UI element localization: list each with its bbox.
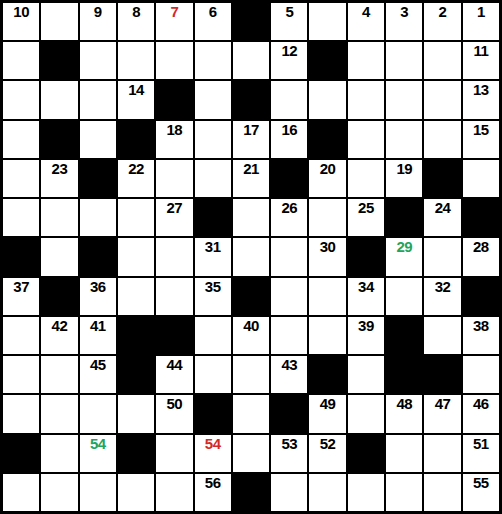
- clue-number: 39: [358, 317, 374, 335]
- black-cell: [41, 278, 77, 315]
- grid-cell[interactable]: 43: [271, 356, 307, 393]
- clue-number: 51: [473, 435, 489, 453]
- grid-cell[interactable]: 13: [463, 81, 499, 118]
- grid-cell[interactable]: 40: [233, 317, 269, 354]
- clue-number: 15: [473, 121, 489, 139]
- grid-cell[interactable]: 22: [118, 160, 154, 197]
- grid-cell[interactable]: [309, 81, 345, 118]
- grid-cell[interactable]: 44: [156, 356, 192, 393]
- clue-number: 10: [13, 3, 29, 21]
- black-cell: [3, 435, 39, 472]
- black-cell: [80, 238, 116, 275]
- grid-cell[interactable]: [271, 474, 307, 511]
- black-cell: [118, 356, 154, 393]
- black-cell: [41, 121, 77, 158]
- grid-cell[interactable]: [309, 3, 345, 40]
- clue-number: 2: [439, 3, 447, 21]
- grid-cell[interactable]: 54: [80, 435, 116, 472]
- clue-number: 54: [205, 435, 221, 453]
- black-cell: [424, 356, 460, 393]
- grid-cell[interactable]: 5: [271, 3, 307, 40]
- clue-number: 20: [320, 160, 336, 178]
- clue-number: 38: [473, 317, 489, 335]
- black-cell: [41, 42, 77, 79]
- black-cell: [309, 356, 345, 393]
- clue-number: 25: [358, 199, 374, 217]
- clue-number: 34: [358, 278, 374, 296]
- black-cell: [233, 278, 269, 315]
- clue-number: 37: [13, 278, 29, 296]
- grid-cell[interactable]: [80, 121, 116, 158]
- grid-cell[interactable]: 28: [463, 238, 499, 275]
- grid-cell[interactable]: 7: [156, 3, 192, 40]
- grid-cell[interactable]: [195, 81, 231, 118]
- grid-cell[interactable]: 46: [463, 395, 499, 432]
- clue-number: 19: [396, 160, 412, 178]
- black-cell: [463, 199, 499, 236]
- black-cell: [348, 238, 384, 275]
- grid-cell[interactable]: [233, 356, 269, 393]
- grid-cell[interactable]: 54: [195, 435, 231, 472]
- clue-number: 5: [285, 3, 293, 21]
- grid-cell[interactable]: 8: [118, 3, 154, 40]
- clue-number: 32: [435, 278, 451, 296]
- grid-cell[interactable]: [233, 42, 269, 79]
- clue-number: 36: [90, 278, 106, 296]
- grid-cell[interactable]: [41, 356, 77, 393]
- black-cell: [195, 395, 231, 432]
- clue-number: 17: [243, 121, 259, 139]
- clue-number: 27: [167, 199, 183, 217]
- grid-cell[interactable]: 1: [463, 3, 499, 40]
- grid-cell[interactable]: 32: [424, 278, 460, 315]
- clue-number: 6: [209, 3, 217, 21]
- grid-cell[interactable]: 10: [3, 3, 39, 40]
- grid-cell[interactable]: [41, 81, 77, 118]
- clue-number: 43: [281, 356, 297, 374]
- black-cell: [271, 395, 307, 432]
- clue-number: 28: [473, 238, 489, 256]
- grid-cell[interactable]: [424, 121, 460, 158]
- grid-cell[interactable]: [386, 81, 422, 118]
- grid-cell[interactable]: [348, 474, 384, 511]
- grid-cell[interactable]: 45: [80, 356, 116, 393]
- grid-cell[interactable]: [348, 42, 384, 79]
- clue-number: 24: [435, 199, 451, 217]
- clue-number: 21: [243, 160, 259, 178]
- clue-number: 54: [90, 435, 106, 453]
- grid-cell[interactable]: [463, 160, 499, 197]
- clue-number: 9: [94, 3, 102, 21]
- grid-cell[interactable]: [156, 278, 192, 315]
- clue-number: 18: [167, 121, 183, 139]
- grid-cell[interactable]: 23: [41, 160, 77, 197]
- black-cell: [118, 121, 154, 158]
- grid-cell[interactable]: [233, 199, 269, 236]
- clue-number: 4: [362, 3, 370, 21]
- black-cell: [424, 160, 460, 197]
- crossword-board: 1098765432112111413181716152322212019272…: [0, 0, 502, 514]
- grid-cell[interactable]: [118, 474, 154, 511]
- grid-cell[interactable]: 25: [348, 199, 384, 236]
- grid-cell[interactable]: [424, 238, 460, 275]
- grid-cell[interactable]: 16: [271, 121, 307, 158]
- grid-cell[interactable]: 48: [386, 395, 422, 432]
- clue-number: 11: [473, 42, 488, 60]
- grid-cell[interactable]: [80, 395, 116, 432]
- grid-cell[interactable]: [348, 160, 384, 197]
- clue-number: 45: [90, 356, 106, 374]
- grid-cell[interactable]: [348, 121, 384, 158]
- black-cell: [463, 278, 499, 315]
- clue-number: 52: [320, 435, 336, 453]
- grid-cell[interactable]: [80, 474, 116, 511]
- grid-cell[interactable]: [424, 317, 460, 354]
- grid-cell[interactable]: [271, 238, 307, 275]
- grid-cell[interactable]: 51: [463, 435, 499, 472]
- clue-number: 26: [281, 199, 297, 217]
- grid-cell[interactable]: [156, 42, 192, 79]
- clue-number: 8: [132, 3, 140, 21]
- grid-cell[interactable]: [3, 121, 39, 158]
- grid-cell[interactable]: [424, 435, 460, 472]
- grid-cell[interactable]: [271, 278, 307, 315]
- grid-cell[interactable]: [41, 238, 77, 275]
- grid-cell[interactable]: 53: [271, 435, 307, 472]
- grid-cell[interactable]: 50: [156, 395, 192, 432]
- black-cell: [233, 474, 269, 511]
- grid-cell[interactable]: [348, 356, 384, 393]
- grid-cell[interactable]: 55: [463, 474, 499, 511]
- grid-cell[interactable]: 15: [463, 121, 499, 158]
- black-cell: [118, 435, 154, 472]
- clue-number: 1: [477, 3, 485, 21]
- grid-cell[interactable]: 20: [309, 160, 345, 197]
- grid-cell[interactable]: [41, 3, 77, 40]
- clue-number: 14: [128, 81, 144, 99]
- grid-cell[interactable]: [424, 474, 460, 511]
- grid-cell[interactable]: [3, 160, 39, 197]
- clue-number: 23: [52, 160, 68, 178]
- grid-cell[interactable]: 11: [463, 42, 499, 79]
- clue-number: 7: [170, 3, 178, 21]
- grid-cell[interactable]: 37: [3, 278, 39, 315]
- clue-number: 44: [167, 356, 183, 374]
- grid-cell[interactable]: 24: [424, 199, 460, 236]
- clue-number: 55: [473, 474, 489, 492]
- grid-cell[interactable]: [309, 199, 345, 236]
- grid-cell[interactable]: [386, 42, 422, 79]
- grid-cell[interactable]: [118, 278, 154, 315]
- grid-cell[interactable]: 36: [80, 278, 116, 315]
- grid-cell[interactable]: [41, 474, 77, 511]
- grid-cell[interactable]: [156, 160, 192, 197]
- black-cell: [233, 3, 269, 40]
- grid-cell[interactable]: 9: [80, 3, 116, 40]
- grid-cell[interactable]: [156, 238, 192, 275]
- grid-cell[interactable]: 49: [309, 395, 345, 432]
- grid-cell[interactable]: 47: [424, 395, 460, 432]
- grid-cell[interactable]: 39: [348, 317, 384, 354]
- clue-number: 50: [167, 395, 183, 413]
- clue-number: 3: [400, 3, 408, 21]
- crossword-grid: 1098765432112111413181716152322212019272…: [0, 0, 502, 514]
- grid-cell[interactable]: [348, 81, 384, 118]
- black-cell: [271, 160, 307, 197]
- grid-cell[interactable]: [195, 356, 231, 393]
- clue-number: 12: [281, 42, 297, 60]
- grid-cell[interactable]: [156, 435, 192, 472]
- clue-number: 22: [128, 160, 144, 178]
- grid-cell[interactable]: [195, 121, 231, 158]
- grid-cell[interactable]: [271, 81, 307, 118]
- grid-cell[interactable]: 41: [80, 317, 116, 354]
- clue-number: 49: [320, 395, 336, 413]
- clue-number: 35: [205, 278, 221, 296]
- clue-number: 30: [320, 238, 336, 256]
- grid-cell[interactable]: [156, 474, 192, 511]
- grid-cell[interactable]: 14: [118, 81, 154, 118]
- black-cell: [348, 435, 384, 472]
- grid-cell[interactable]: [424, 81, 460, 118]
- grid-cell[interactable]: 18: [156, 121, 192, 158]
- grid-cell[interactable]: 27: [156, 199, 192, 236]
- grid-cell[interactable]: 2: [424, 3, 460, 40]
- grid-cell[interactable]: [41, 199, 77, 236]
- grid-cell[interactable]: [386, 474, 422, 511]
- clue-number: 56: [205, 474, 221, 492]
- clue-number: 41: [90, 317, 106, 335]
- black-cell: [233, 81, 269, 118]
- grid-cell[interactable]: 42: [41, 317, 77, 354]
- grid-cell[interactable]: [386, 435, 422, 472]
- grid-cell[interactable]: [118, 238, 154, 275]
- grid-cell[interactable]: [195, 317, 231, 354]
- grid-cell[interactable]: [233, 238, 269, 275]
- grid-cell[interactable]: [3, 474, 39, 511]
- grid-cell[interactable]: [3, 356, 39, 393]
- grid-cell[interactable]: 3: [386, 3, 422, 40]
- grid-cell[interactable]: 31: [195, 238, 231, 275]
- grid-cell[interactable]: [118, 199, 154, 236]
- clue-number: 47: [435, 395, 451, 413]
- black-cell: [195, 199, 231, 236]
- grid-cell[interactable]: 17: [233, 121, 269, 158]
- grid-cell[interactable]: [118, 395, 154, 432]
- grid-cell[interactable]: [3, 395, 39, 432]
- grid-cell[interactable]: 56: [195, 474, 231, 511]
- grid-cell[interactable]: [386, 278, 422, 315]
- grid-cell[interactable]: 34: [348, 278, 384, 315]
- grid-cell[interactable]: [309, 278, 345, 315]
- black-cell: [156, 81, 192, 118]
- black-cell: [80, 160, 116, 197]
- grid-cell[interactable]: [271, 317, 307, 354]
- clue-number: 31: [205, 238, 221, 256]
- grid-cell[interactable]: [80, 42, 116, 79]
- black-cell: [118, 317, 154, 354]
- grid-cell[interactable]: [463, 356, 499, 393]
- grid-cell[interactable]: 21: [233, 160, 269, 197]
- grid-cell[interactable]: [195, 42, 231, 79]
- black-cell: [3, 238, 39, 275]
- grid-cell[interactable]: [80, 81, 116, 118]
- black-cell: [386, 356, 422, 393]
- black-cell: [386, 317, 422, 354]
- grid-cell[interactable]: [118, 42, 154, 79]
- grid-cell[interactable]: [233, 395, 269, 432]
- grid-cell[interactable]: [195, 160, 231, 197]
- grid-cell[interactable]: 38: [463, 317, 499, 354]
- clue-number: 53: [281, 435, 297, 453]
- grid-cell[interactable]: [41, 395, 77, 432]
- grid-cell[interactable]: [309, 317, 345, 354]
- grid-cell[interactable]: 30: [309, 238, 345, 275]
- grid-cell[interactable]: 19: [386, 160, 422, 197]
- grid-cell[interactable]: [80, 199, 116, 236]
- grid-cell[interactable]: [3, 199, 39, 236]
- grid-cell[interactable]: [3, 42, 39, 79]
- grid-cell[interactable]: [424, 42, 460, 79]
- clue-number: 13: [473, 81, 489, 99]
- grid-cell[interactable]: [3, 317, 39, 354]
- clue-number: 46: [473, 395, 489, 413]
- grid-cell[interactable]: 6: [195, 3, 231, 40]
- clue-number: 40: [243, 317, 259, 335]
- clue-number: 42: [52, 317, 68, 335]
- grid-cell[interactable]: 35: [195, 278, 231, 315]
- grid-cell[interactable]: 4: [348, 3, 384, 40]
- grid-cell[interactable]: [233, 435, 269, 472]
- grid-cell[interactable]: 52: [309, 435, 345, 472]
- grid-cell[interactable]: [41, 435, 77, 472]
- grid-cell[interactable]: [3, 81, 39, 118]
- clue-number: 16: [281, 121, 297, 139]
- grid-cell[interactable]: [386, 121, 422, 158]
- clue-number: 29: [396, 238, 412, 256]
- clue-number: 48: [396, 395, 412, 413]
- grid-cell[interactable]: 29: [386, 238, 422, 275]
- grid-cell[interactable]: 12: [271, 42, 307, 79]
- black-cell: [309, 42, 345, 79]
- black-cell: [309, 121, 345, 158]
- black-cell: [386, 199, 422, 236]
- grid-cell[interactable]: [309, 474, 345, 511]
- grid-cell[interactable]: [348, 395, 384, 432]
- grid-cell[interactable]: 26: [271, 199, 307, 236]
- black-cell: [156, 317, 192, 354]
